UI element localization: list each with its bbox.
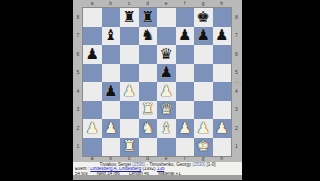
- square-g8[interactable]: ♚: [194, 8, 213, 27]
- square-e8[interactable]: [157, 8, 176, 27]
- square-f4[interactable]: [176, 82, 195, 101]
- square-b6[interactable]: [102, 45, 121, 64]
- square-h6[interactable]: [213, 45, 232, 64]
- rank-label-2: 2: [232, 119, 241, 138]
- square-g7[interactable]: ♟: [194, 27, 213, 46]
- square-d6[interactable]: [139, 45, 158, 64]
- white-pawn: ♟: [197, 121, 210, 136]
- file-label-c: c: [120, 1, 139, 8]
- rank-label-3: 3: [73, 101, 83, 120]
- screenshot: abcdefgh abcdefgh 87654321 87654321 ♜♜♚♝…: [0, 0, 320, 180]
- square-c5[interactable]: [120, 64, 139, 83]
- black-pawn: ♟: [104, 84, 117, 99]
- square-f5[interactable]: [176, 64, 195, 83]
- square-b5[interactable]: [102, 64, 121, 83]
- file-label-d: d: [139, 1, 158, 8]
- square-h2[interactable]: ♟: [213, 119, 232, 138]
- black-knight: ♞: [141, 28, 154, 43]
- square-a1[interactable]: [83, 138, 102, 157]
- rank-label-5: 5: [73, 64, 83, 83]
- square-c4[interactable]: ♟: [120, 82, 139, 101]
- white-rook: ♜: [141, 102, 154, 117]
- square-c3[interactable]: [120, 101, 139, 120]
- square-b3[interactable]: [102, 101, 121, 120]
- square-e1[interactable]: [157, 138, 176, 157]
- square-d2[interactable]: ♞: [139, 119, 158, 138]
- square-e7[interactable]: [157, 27, 176, 46]
- white-pawn: ♟: [215, 121, 228, 136]
- white-pawn: ♟: [160, 84, 173, 99]
- square-g5[interactable]: [194, 64, 213, 83]
- event-label: Event :: [75, 167, 89, 171]
- square-c1[interactable]: ♜: [120, 138, 139, 157]
- square-d5[interactable]: [139, 64, 158, 83]
- square-h5[interactable]: [213, 64, 232, 83]
- square-f1[interactable]: [176, 138, 195, 157]
- file-labels-top: abcdefgh: [83, 1, 231, 8]
- square-a4[interactable]: [83, 82, 102, 101]
- file-label-f: f: [176, 1, 195, 8]
- board-frame: abcdefgh abcdefgh 87654321 87654321 ♜♜♚♝…: [73, 0, 242, 162]
- square-f3[interactable]: [176, 101, 195, 120]
- black-rook: ♜: [123, 10, 136, 25]
- square-g6[interactable]: [194, 45, 213, 64]
- square-d7[interactable]: ♞: [139, 27, 158, 46]
- white-bishop: ♝: [160, 121, 173, 136]
- square-b8[interactable]: [102, 8, 121, 27]
- square-e2[interactable]: ♝: [157, 119, 176, 138]
- black-pawn: ♟: [178, 28, 191, 43]
- white-knight: ♞: [141, 121, 154, 136]
- event-number-link[interactable]: 136: [157, 167, 165, 171]
- square-d1[interactable]: [139, 138, 158, 157]
- square-c8[interactable]: ♜: [120, 8, 139, 27]
- black-bishop: ♝: [104, 28, 117, 43]
- square-e6[interactable]: ♛: [157, 45, 176, 64]
- square-e3[interactable]: ♛: [157, 101, 176, 120]
- square-a5[interactable]: [83, 64, 102, 83]
- square-h7[interactable]: ♟: [213, 27, 232, 46]
- rank-label-8: 8: [73, 8, 83, 27]
- square-h1[interactable]: [213, 138, 232, 157]
- bottom-strip: [73, 175, 242, 181]
- white-rook: ♜: [123, 139, 136, 154]
- square-c6[interactable]: [120, 45, 139, 64]
- rank-label-8: 8: [232, 8, 241, 27]
- white-pawn: ♟: [178, 121, 191, 136]
- event-year: (1992): [143, 167, 156, 171]
- white-king: ♚: [197, 139, 210, 154]
- square-h8[interactable]: [213, 8, 232, 27]
- file-label-b: b: [102, 1, 121, 8]
- square-b2[interactable]: ♟: [102, 119, 121, 138]
- square-c2[interactable]: [120, 119, 139, 138]
- file-label-a: a: [83, 1, 102, 8]
- square-d3[interactable]: ♜: [139, 101, 158, 120]
- black-pawn: ♟: [86, 47, 99, 62]
- rank-label-2: 2: [73, 119, 83, 138]
- rank-label-6: 6: [73, 45, 83, 64]
- square-b4[interactable]: ♟: [102, 82, 121, 101]
- black-pawn: ♟: [197, 28, 210, 43]
- file-label-h: h: [213, 1, 232, 8]
- black-queen: ♛: [160, 47, 173, 62]
- square-f6[interactable]: [176, 45, 195, 64]
- rank-label-7: 7: [73, 27, 83, 46]
- square-h4[interactable]: [213, 82, 232, 101]
- square-h3[interactable]: [213, 101, 232, 120]
- square-f7[interactable]: ♟: [176, 27, 195, 46]
- game-result: [1-0]: [206, 162, 215, 167]
- black-pawn: ♟: [215, 28, 228, 43]
- square-c7[interactable]: [120, 27, 139, 46]
- square-a7[interactable]: [83, 27, 102, 46]
- square-g2[interactable]: ♟: [194, 119, 213, 138]
- white-to-move-pawn-icon: ♙: [233, 76, 242, 88]
- square-f2[interactable]: ♟: [176, 119, 195, 138]
- square-e4[interactable]: ♟: [157, 82, 176, 101]
- rank-label-7: 7: [232, 27, 241, 46]
- rank-labels-left: 87654321: [73, 8, 83, 156]
- square-b7[interactable]: ♝: [102, 27, 121, 46]
- rank-label-4: 4: [73, 82, 83, 101]
- rank-label-6: 6: [232, 45, 241, 64]
- black-player-elo: (2530): [192, 162, 205, 167]
- chess-board: ♜♜♚♝♞♟♟♟♟♛♟♟♟♟♜♛♟♟♞♝♟♟♟♜♚: [83, 8, 231, 156]
- white-queen: ♛: [160, 102, 173, 117]
- black-rook: ♜: [141, 10, 154, 25]
- file-label-g: g: [194, 1, 213, 8]
- file-label-e: e: [157, 1, 176, 8]
- square-b1[interactable]: [102, 138, 121, 157]
- square-a8[interactable]: [83, 8, 102, 27]
- square-d8[interactable]: ♜: [139, 8, 158, 27]
- square-d4[interactable]: [139, 82, 158, 101]
- square-g4[interactable]: [194, 82, 213, 101]
- square-g3[interactable]: [194, 101, 213, 120]
- square-a3[interactable]: [83, 101, 102, 120]
- square-e5[interactable]: ♟: [157, 64, 176, 83]
- white-pawn: ♟: [123, 84, 136, 99]
- white-pawn: ♟: [104, 121, 117, 136]
- rank-label-3: 3: [232, 101, 241, 120]
- white-pawn: ♟: [86, 121, 99, 136]
- rank-label-1: 1: [73, 138, 83, 157]
- black-pawn: ♟: [160, 65, 173, 80]
- square-a6[interactable]: ♟: [83, 45, 102, 64]
- square-a2[interactable]: ♟: [83, 119, 102, 138]
- event-link[interactable]: Lindesberg A, Lindesberg: [90, 167, 141, 171]
- rank-label-1: 1: [232, 138, 241, 157]
- square-f8[interactable]: [176, 8, 195, 27]
- black-king: ♚: [197, 10, 210, 25]
- square-g1[interactable]: ♚: [194, 138, 213, 157]
